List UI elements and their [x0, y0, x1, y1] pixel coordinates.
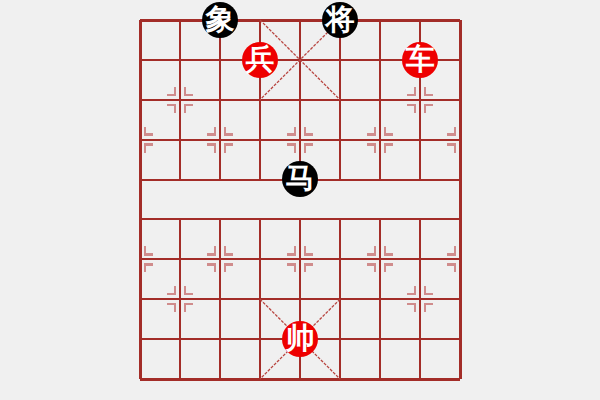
piece-black-general[interactable]: 将	[322, 2, 358, 38]
piece-black-horse[interactable]: 马	[282, 161, 318, 197]
piece-red-chariot[interactable]: 车	[402, 42, 438, 78]
xiangqi-board-grid: 象将兵车马帅	[120, 0, 480, 399]
xiangqi-board-screenshot: 象将兵车马帅	[0, 0, 600, 400]
piece-black-elephant[interactable]: 象	[202, 2, 238, 38]
piece-red-soldier[interactable]: 兵	[242, 42, 278, 78]
piece-red-general[interactable]: 帅	[282, 321, 318, 357]
